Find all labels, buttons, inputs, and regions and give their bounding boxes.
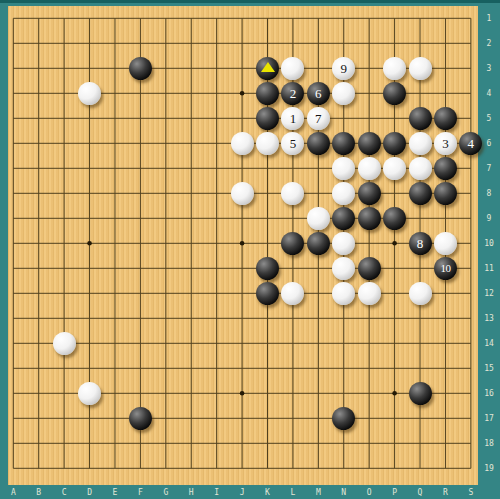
stone-J6[interactable] (231, 132, 254, 155)
column-label-L: L (286, 488, 300, 497)
row-label-12: 12 (479, 289, 499, 298)
stone-M6[interactable] (307, 132, 330, 155)
stone-L5[interactable]: 1 (281, 107, 304, 130)
stone-D4[interactable] (78, 82, 101, 105)
column-label-S: S (464, 488, 478, 497)
go-board[interactable] (8, 6, 478, 485)
column-label-R: R (438, 488, 452, 497)
stone-P6[interactable] (383, 132, 406, 155)
stone-K4[interactable] (256, 82, 279, 105)
stone-K3[interactable] (256, 57, 279, 80)
row-label-15: 15 (479, 364, 499, 373)
stone-R7[interactable] (434, 157, 457, 180)
stone-P3[interactable] (383, 57, 406, 80)
stone-K12[interactable] (256, 282, 279, 305)
stone-Q7[interactable] (409, 157, 432, 180)
move-number-label: 7 (307, 107, 330, 130)
column-label-I: I (210, 488, 224, 497)
stone-Q12[interactable] (409, 282, 432, 305)
column-label-H: H (184, 488, 198, 497)
stone-K6[interactable] (256, 132, 279, 155)
column-label-M: M (311, 488, 325, 497)
stone-R8[interactable] (434, 182, 457, 205)
column-label-F: F (133, 488, 147, 497)
stone-O9[interactable] (358, 207, 381, 230)
row-label-19: 19 (479, 464, 499, 473)
stone-M4[interactable]: 6 (307, 82, 330, 105)
column-label-A: A (6, 488, 20, 497)
stone-C14[interactable] (53, 332, 76, 355)
row-label-7: 7 (479, 164, 499, 173)
stone-O11[interactable] (358, 257, 381, 280)
row-label-6: 6 (479, 139, 499, 148)
row-label-3: 3 (479, 64, 499, 73)
row-label-18: 18 (479, 439, 499, 448)
stone-P9[interactable] (383, 207, 406, 230)
row-label-1: 1 (479, 14, 499, 23)
row-label-11: 11 (479, 264, 499, 273)
row-label-17: 17 (479, 414, 499, 423)
stone-J8[interactable] (231, 182, 254, 205)
stone-O12[interactable] (358, 282, 381, 305)
stone-R5[interactable] (434, 107, 457, 130)
stone-M10[interactable] (307, 232, 330, 255)
stone-O8[interactable] (358, 182, 381, 205)
stone-N7[interactable] (332, 157, 355, 180)
stone-N9[interactable] (332, 207, 355, 230)
column-label-Q: Q (413, 488, 427, 497)
move-number-label: 6 (307, 82, 330, 105)
column-label-J: J (235, 488, 249, 497)
stone-R11[interactable]: 10 (434, 257, 457, 280)
column-label-N: N (337, 488, 351, 497)
stone-K5[interactable] (256, 107, 279, 130)
stone-R6[interactable]: 3 (434, 132, 457, 155)
stone-O7[interactable] (358, 157, 381, 180)
stone-N6[interactable] (332, 132, 355, 155)
stone-N17[interactable] (332, 407, 355, 430)
stone-D16[interactable] (78, 382, 101, 405)
stone-N12[interactable] (332, 282, 355, 305)
stone-L4[interactable]: 2 (281, 82, 304, 105)
move-number-label: 10 (434, 257, 457, 280)
row-label-9: 9 (479, 214, 499, 223)
move-number-label: 1 (281, 107, 304, 130)
column-label-G: G (159, 488, 173, 497)
row-label-10: 10 (479, 239, 499, 248)
stone-N11[interactable] (332, 257, 355, 280)
move-number-label: 5 (281, 132, 304, 155)
stone-Q5[interactable] (409, 107, 432, 130)
column-label-D: D (83, 488, 97, 497)
stone-M9[interactable] (307, 207, 330, 230)
stone-L6[interactable]: 5 (281, 132, 304, 155)
triangle-marker-icon (261, 62, 275, 72)
row-label-13: 13 (479, 314, 499, 323)
row-label-14: 14 (479, 339, 499, 348)
stone-O6[interactable] (358, 132, 381, 155)
stone-P4[interactable] (383, 82, 406, 105)
stone-M5[interactable]: 7 (307, 107, 330, 130)
stone-Q3[interactable] (409, 57, 432, 80)
row-label-2: 2 (479, 39, 499, 48)
column-label-O: O (362, 488, 376, 497)
stone-Q16[interactable] (409, 382, 432, 405)
stone-R10[interactable] (434, 232, 457, 255)
stone-N8[interactable] (332, 182, 355, 205)
row-label-8: 8 (479, 189, 499, 198)
column-label-C: C (57, 488, 71, 497)
row-label-5: 5 (479, 114, 499, 123)
stone-P7[interactable] (383, 157, 406, 180)
stone-F17[interactable] (129, 407, 152, 430)
column-label-E: E (108, 488, 122, 497)
row-label-4: 4 (479, 89, 499, 98)
stone-Q6[interactable] (409, 132, 432, 155)
row-label-16: 16 (479, 389, 499, 398)
stone-K11[interactable] (256, 257, 279, 280)
column-label-B: B (32, 488, 46, 497)
move-number-label: 3 (434, 132, 457, 155)
stone-N4[interactable] (332, 82, 355, 105)
move-number-label: 9 (332, 57, 355, 80)
stone-N3[interactable]: 9 (332, 57, 355, 80)
stone-F3[interactable] (129, 57, 152, 80)
stone-Q10[interactable]: 8 (409, 232, 432, 255)
stone-N10[interactable] (332, 232, 355, 255)
column-label-K: K (261, 488, 275, 497)
stone-Q8[interactable] (409, 182, 432, 205)
go-diagram-window: 92617534810 1234567891011121314151617181… (0, 0, 500, 499)
move-number-label: 8 (409, 232, 432, 255)
move-number-label: 2 (281, 82, 304, 105)
column-label-P: P (388, 488, 402, 497)
